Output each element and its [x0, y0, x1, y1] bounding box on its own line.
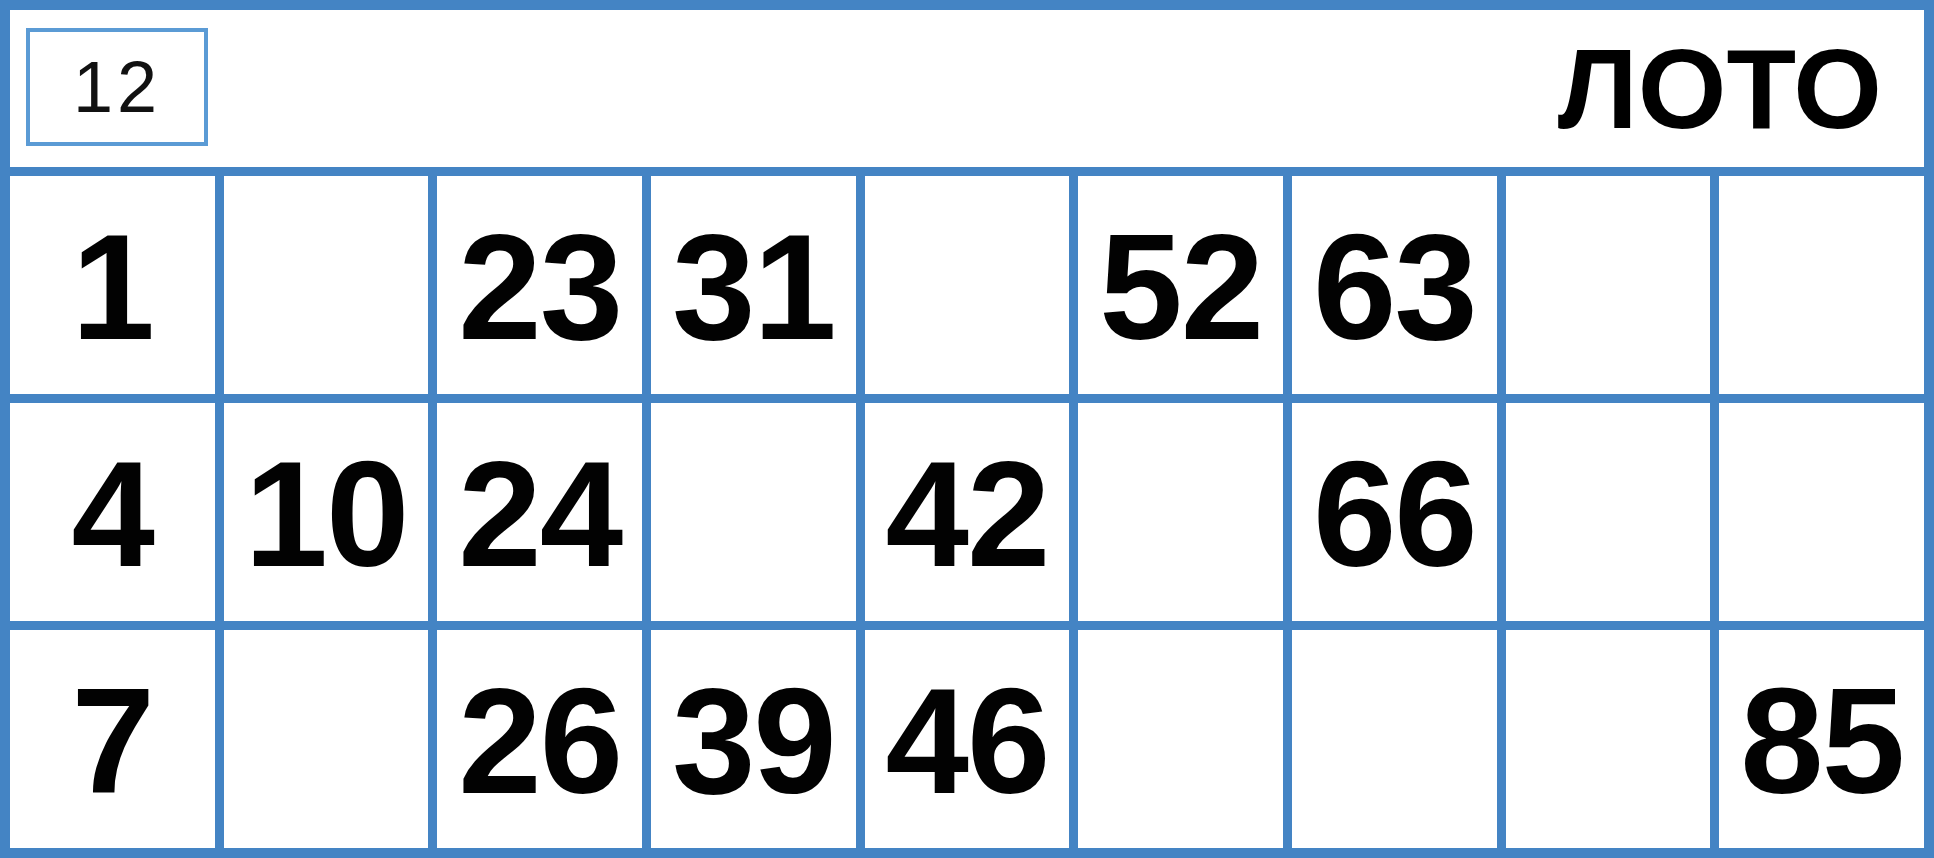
- cell-r3c9-number[interactable]: 85: [1719, 630, 1924, 848]
- cell-r2c7-number[interactable]: 66: [1292, 403, 1497, 621]
- cell-r3c3-number[interactable]: 26: [437, 630, 642, 848]
- cell-r3c7-empty[interactable]: [1292, 630, 1497, 848]
- cell-r1c9-empty[interactable]: [1719, 176, 1924, 394]
- cell-r3c5-number[interactable]: 46: [865, 630, 1070, 848]
- cell-number-label: 7: [72, 666, 153, 816]
- cell-r1c7-number[interactable]: 63: [1292, 176, 1497, 394]
- card-number-box: 12: [26, 28, 208, 146]
- cell-r2c1-number[interactable]: 4: [10, 403, 215, 621]
- cell-r2c2-number[interactable]: 10: [224, 403, 429, 621]
- cell-r2c4-empty[interactable]: [651, 403, 856, 621]
- cell-r3c2-empty[interactable]: [224, 630, 429, 848]
- cell-number-label: 31: [672, 212, 835, 362]
- cell-number-label: 10: [245, 439, 408, 589]
- loto-card: 12 ЛОТО 123315263410244266726394685: [0, 0, 1934, 858]
- cell-number-label: 46: [886, 666, 1049, 816]
- cell-r3c4-number[interactable]: 39: [651, 630, 856, 848]
- cell-number-label: 1: [72, 212, 153, 362]
- cell-r2c8-empty[interactable]: [1506, 403, 1711, 621]
- cell-r1c6-number[interactable]: 52: [1078, 176, 1283, 394]
- cell-number-label: 24: [458, 439, 621, 589]
- loto-grid: 123315263410244266726394685: [10, 167, 1924, 848]
- cell-r1c8-empty[interactable]: [1506, 176, 1711, 394]
- cell-number-label: 26: [458, 666, 621, 816]
- card-header: 12 ЛОТО: [10, 10, 1924, 167]
- cell-r2c3-number[interactable]: 24: [437, 403, 642, 621]
- cell-r1c2-empty[interactable]: [224, 176, 429, 394]
- cell-r3c8-empty[interactable]: [1506, 630, 1711, 848]
- cell-number-label: 42: [886, 439, 1049, 589]
- cell-r2c5-number[interactable]: 42: [865, 403, 1070, 621]
- cell-number-label: 66: [1313, 439, 1476, 589]
- card-number: 12: [73, 51, 161, 123]
- cell-number-label: 85: [1740, 666, 1903, 816]
- cell-number-label: 63: [1313, 212, 1476, 362]
- cell-r1c4-number[interactable]: 31: [651, 176, 856, 394]
- cell-r3c1-number[interactable]: 7: [10, 630, 215, 848]
- cell-r1c1-number[interactable]: 1: [10, 176, 215, 394]
- cell-number-label: 23: [458, 212, 621, 362]
- cell-r3c6-empty[interactable]: [1078, 630, 1283, 848]
- cell-number-label: 52: [1099, 212, 1262, 362]
- cell-r2c6-empty[interactable]: [1078, 403, 1283, 621]
- cell-r1c5-empty[interactable]: [865, 176, 1070, 394]
- cell-number-label: 4: [72, 439, 153, 589]
- cell-r1c3-number[interactable]: 23: [437, 176, 642, 394]
- card-title: ЛОТО: [1558, 32, 1924, 146]
- cell-r2c9-empty[interactable]: [1719, 403, 1924, 621]
- cell-number-label: 39: [672, 666, 835, 816]
